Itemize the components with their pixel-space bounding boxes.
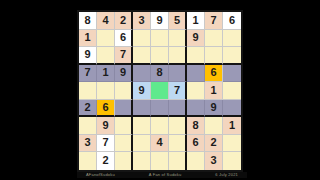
cell-r8c8[interactable]: 2 bbox=[205, 135, 223, 153]
cell-r9c7[interactable] bbox=[187, 152, 205, 170]
caption-bar: AFanofSudoku A Fan of Sudoku 6 July 2021 bbox=[77, 172, 247, 178]
cell-r3c9[interactable] bbox=[223, 47, 241, 65]
cell-r2c2[interactable] bbox=[97, 30, 115, 48]
cell-r7c5[interactable] bbox=[151, 117, 169, 135]
cell-r1c2[interactable]: 4 bbox=[97, 12, 115, 30]
cell-r9c2[interactable]: 2 bbox=[97, 152, 115, 170]
cell-r4c7[interactable] bbox=[187, 65, 205, 83]
cell-r2c9[interactable] bbox=[223, 30, 241, 48]
cell-r8c6[interactable] bbox=[169, 135, 187, 153]
cell-r1c8[interactable]: 7 bbox=[205, 12, 223, 30]
cell-r3c4[interactable] bbox=[133, 47, 151, 65]
cell-r5c3[interactable] bbox=[115, 82, 133, 100]
cell-r7c8[interactable] bbox=[205, 117, 223, 135]
cell-r3c7[interactable] bbox=[187, 47, 205, 65]
cell-r3c1[interactable]: 9 bbox=[79, 47, 97, 65]
cell-r1c9[interactable]: 6 bbox=[223, 12, 241, 30]
cell-r1c4[interactable]: 3 bbox=[133, 12, 151, 30]
cell-r6c5[interactable] bbox=[151, 100, 169, 118]
cell-r6c3[interactable] bbox=[115, 100, 133, 118]
cell-r9c1[interactable] bbox=[79, 152, 97, 170]
cell-r8c2[interactable]: 7 bbox=[97, 135, 115, 153]
cell-r3c3[interactable]: 7 bbox=[115, 47, 133, 65]
cell-r4c3[interactable]: 9 bbox=[115, 65, 133, 83]
cell-r9c6[interactable] bbox=[169, 152, 187, 170]
cell-r1c3[interactable]: 2 bbox=[115, 12, 133, 30]
cell-r5c4[interactable]: 9 bbox=[133, 82, 151, 100]
cell-r2c5[interactable] bbox=[151, 30, 169, 48]
caption-right: 6 July 2021 bbox=[215, 172, 238, 177]
cell-r3c6[interactable] bbox=[169, 47, 187, 65]
caption-left: AFanofSudoku bbox=[86, 172, 115, 177]
cell-r8c3[interactable] bbox=[115, 135, 133, 153]
cell-r5c2[interactable] bbox=[97, 82, 115, 100]
cell-r9c8[interactable]: 3 bbox=[205, 152, 223, 170]
cell-r7c1[interactable] bbox=[79, 117, 97, 135]
cell-r2c4[interactable] bbox=[133, 30, 151, 48]
cell-r1c6[interactable]: 5 bbox=[169, 12, 187, 30]
cell-r8c7[interactable]: 6 bbox=[187, 135, 205, 153]
cell-r5c5[interactable] bbox=[151, 82, 169, 100]
cell-r9c3[interactable] bbox=[115, 152, 133, 170]
cell-r8c5[interactable]: 4 bbox=[151, 135, 169, 153]
cell-r7c3[interactable] bbox=[115, 117, 133, 135]
video-letterbox-background: 84239517616997719869712699813746223 AFan… bbox=[0, 0, 320, 180]
cell-r8c9[interactable] bbox=[223, 135, 241, 153]
cell-r7c4[interactable] bbox=[133, 117, 151, 135]
cell-r4c1[interactable]: 7 bbox=[79, 65, 97, 83]
cell-r1c7[interactable]: 1 bbox=[187, 12, 205, 30]
cell-r7c9[interactable]: 1 bbox=[223, 117, 241, 135]
cell-r5c8[interactable]: 1 bbox=[205, 82, 223, 100]
cell-r9c4[interactable] bbox=[133, 152, 151, 170]
cell-r6c7[interactable] bbox=[187, 100, 205, 118]
cell-r2c3[interactable]: 6 bbox=[115, 30, 133, 48]
cell-r5c6[interactable]: 7 bbox=[169, 82, 187, 100]
cell-r3c8[interactable] bbox=[205, 47, 223, 65]
cell-r1c1[interactable]: 8 bbox=[79, 12, 97, 30]
cell-r4c6[interactable] bbox=[169, 65, 187, 83]
cell-r9c9[interactable] bbox=[223, 152, 241, 170]
cell-r8c4[interactable] bbox=[133, 135, 151, 153]
cell-r8c1[interactable]: 3 bbox=[79, 135, 97, 153]
cell-r9c5[interactable] bbox=[151, 152, 169, 170]
caption-center: A Fan of Sudoku bbox=[149, 172, 182, 177]
cell-r6c2[interactable]: 6 bbox=[97, 100, 115, 118]
cell-r4c9[interactable] bbox=[223, 65, 241, 83]
cell-r4c5[interactable]: 8 bbox=[151, 65, 169, 83]
cell-r2c1[interactable]: 1 bbox=[79, 30, 97, 48]
cell-r6c1[interactable]: 2 bbox=[79, 100, 97, 118]
cell-r6c4[interactable] bbox=[133, 100, 151, 118]
cell-r6c9[interactable] bbox=[223, 100, 241, 118]
cell-r5c1[interactable] bbox=[79, 82, 97, 100]
cell-r2c8[interactable] bbox=[205, 30, 223, 48]
cell-r5c7[interactable] bbox=[187, 82, 205, 100]
cell-r3c5[interactable] bbox=[151, 47, 169, 65]
cell-r7c6[interactable] bbox=[169, 117, 187, 135]
cell-r2c6[interactable] bbox=[169, 30, 187, 48]
cell-r6c6[interactable] bbox=[169, 100, 187, 118]
cell-r4c2[interactable]: 1 bbox=[97, 65, 115, 83]
cell-r4c4[interactable] bbox=[133, 65, 151, 83]
cell-r6c8[interactable]: 9 bbox=[205, 100, 223, 118]
cell-r3c2[interactable] bbox=[97, 47, 115, 65]
cell-r5c9[interactable] bbox=[223, 82, 241, 100]
cell-r2c7[interactable]: 9 bbox=[187, 30, 205, 48]
sudoku-board: 84239517616997719869712699813746223 bbox=[77, 10, 243, 172]
cell-r4c8[interactable]: 6 bbox=[205, 65, 223, 83]
cell-r1c5[interactable]: 9 bbox=[151, 12, 169, 30]
cell-r7c7[interactable]: 8 bbox=[187, 117, 205, 135]
cell-r7c2[interactable]: 9 bbox=[97, 117, 115, 135]
